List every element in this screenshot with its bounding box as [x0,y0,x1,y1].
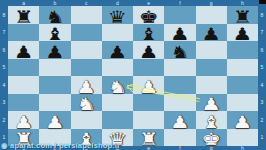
coord-label: 4 [258,76,266,94]
square-d3[interactable] [102,94,133,112]
white-rook-e1: ♜ [139,131,159,148]
square-b6[interactable]: ♟ [39,41,70,59]
square-e7[interactable]: ♝ [133,24,164,42]
coord-label: 7 [0,24,8,42]
coord-label: 2 [0,111,8,129]
coord-label: 7 [258,24,266,42]
corner-box [259,0,266,4]
square-d7[interactable] [102,24,133,42]
coord-label: h [227,146,258,150]
square-g2[interactable]: ♝ [196,111,227,129]
square-a7[interactable] [8,24,39,42]
square-e3[interactable] [133,94,164,112]
square-f5[interactable] [164,59,195,77]
square-d2[interactable] [102,111,133,129]
square-f6[interactable]: ♞ [164,41,195,59]
white-king-g1: ♚ [201,131,221,148]
square-b5[interactable] [39,59,70,77]
square-b2[interactable]: ♟ [39,111,70,129]
square-c8[interactable] [71,6,102,24]
square-h4[interactable] [227,76,258,94]
square-a2[interactable]: ♟ [8,111,39,129]
square-a3[interactable] [8,94,39,112]
watermark-text: aparat.com / persiapelshop.ir [10,141,120,150]
square-c3[interactable]: ♞ [71,94,102,112]
coord-label: 3 [0,94,8,112]
coord-label: e [133,146,164,150]
watermark: ◉ aparat.com / persiapelshop.ir [1,141,120,150]
square-g3[interactable]: ♟ [196,94,227,112]
square-a4[interactable] [8,76,39,94]
square-e5[interactable] [133,59,164,77]
square-c4[interactable]: ♟ [71,76,102,94]
coord-label: 8 [0,6,8,24]
coord-label: 6 [258,41,266,59]
coord-label: 4 [0,76,8,94]
square-c6[interactable] [71,41,102,59]
square-g7[interactable]: ♟ [196,24,227,42]
coord-label: 5 [258,59,266,77]
coord-label: g [196,146,227,150]
square-b8[interactable]: ♞ [39,6,70,24]
square-g1[interactable]: ♚ [196,129,227,147]
square-f7[interactable]: ♟ [164,24,195,42]
rank-labels-left: 87654321 [0,6,8,146]
rank-labels-right: 87654321 [258,6,266,146]
square-g4[interactable] [196,76,227,94]
coord-label: f [164,146,195,150]
square-f8[interactable] [164,6,195,24]
square-h5[interactable] [227,59,258,77]
square-e6[interactable]: ♟ [133,41,164,59]
coord-label: 2 [258,111,266,129]
square-c7[interactable] [71,24,102,42]
square-a6[interactable]: ♟ [8,41,39,59]
square-h7[interactable]: ♟ [227,24,258,42]
square-f2[interactable]: ♟ [164,111,195,129]
square-h3[interactable] [227,94,258,112]
square-a8[interactable]: ♜ [8,6,39,24]
square-h6[interactable] [227,41,258,59]
coord-label: 5 [0,59,8,77]
coord-label: 8 [258,6,266,24]
square-d6[interactable]: ♟ [102,41,133,59]
square-a5[interactable] [8,59,39,77]
square-g6[interactable] [196,41,227,59]
square-b7[interactable]: ♝ [39,24,70,42]
square-g8[interactable] [196,6,227,24]
coord-label: 6 [0,41,8,59]
square-f3[interactable] [164,94,195,112]
square-c2[interactable] [71,111,102,129]
square-b3[interactable] [39,94,70,112]
coord-label: 3 [258,94,266,112]
square-c5[interactable] [71,59,102,77]
square-e1[interactable]: ♜ [133,129,164,147]
square-h8[interactable]: ♜ [227,6,258,24]
square-e4[interactable]: ♟ [133,76,164,94]
square-h2[interactable]: ♟ [227,111,258,129]
square-g5[interactable] [196,59,227,77]
square-h1[interactable] [227,129,258,147]
square-e2[interactable] [133,111,164,129]
coord-label: 1 [258,129,266,147]
chess-thumbnail: abcdefgh abcdefgh 87654321 87654321 ♜♞♛♚… [0,0,266,150]
square-d5[interactable] [102,59,133,77]
square-e8[interactable]: ♚ [133,6,164,24]
square-f4[interactable] [164,76,195,94]
chess-board[interactable]: ♜♞♛♚♜♝♝♟♟♟♟♟♟♟♞♟♞♟♞♟♟♟♟♝♟♜♝♛♜♚ [8,6,258,146]
square-b4[interactable] [39,76,70,94]
square-d8[interactable]: ♛ [102,6,133,24]
square-d4[interactable]: ♞ [102,76,133,94]
square-f1[interactable] [164,129,195,147]
watermark-logo-icon: ◉ [1,141,8,150]
